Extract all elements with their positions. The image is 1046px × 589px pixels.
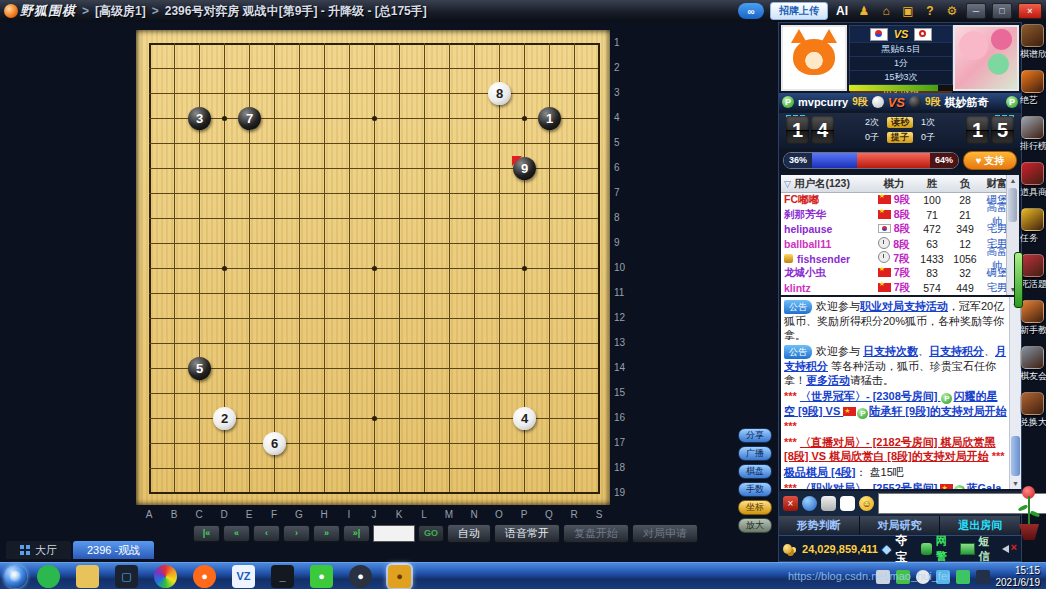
star-point [522,116,527,121]
title-bar: 野狐围棋 > [高级房1] > 2396号对弈房 观战中[第9手] - 升降级 … [0,0,1046,22]
cn-flag-icon [878,268,891,277]
go-board[interactable]: 123456789 [136,30,610,505]
grid-line [149,293,600,294]
white-support-fill [812,153,857,168]
upload-button[interactable]: 招牌上传 [770,2,828,20]
shop-icon[interactable]: ▣ [900,4,916,18]
pinwheel-icon[interactable] [154,565,177,588]
panel-status-row: 24,029,859,411 ◆ 夺宝 网警 短信 × [779,535,1021,561]
spectator-rank: 7段 [891,266,910,278]
nav-fast-back-button[interactable]: « [223,525,250,542]
sidebar-item-新手教学[interactable]: 新手教学 [1020,300,1046,337]
chat-text: *** [784,390,800,402]
stone-black-C16: 3 [188,107,211,130]
row-label: 2 [614,62,632,73]
column-label: Q [539,509,559,520]
wechat-icon[interactable]: ● [310,565,333,588]
spectator-wins: 83 [916,267,948,279]
column-label: B [164,509,184,520]
phone-icon[interactable]: ▢ [115,565,138,588]
byoyomi-label: 读秒 [887,117,913,128]
terminal-icon[interactable]: _ [271,565,294,588]
spectator-table-body: FC嘟嘟 9段10028碉堡刹那芳华 8段7121高富帅helipause 8段… [781,193,1019,295]
nav-fast-forward-button[interactable]: » [313,525,340,542]
sidebar-item-道具商城[interactable]: 道具商城 [1020,162,1046,199]
stone-black-C6: 5 [188,357,211,380]
star-point [372,116,377,121]
sidebar-label: 兑换大厅 [1020,416,1046,429]
spectator-name: ballball11 [784,238,831,250]
flags-vs-label: VS [894,28,909,40]
tray-icon[interactable] [916,570,930,584]
sidebar-label: 新手教学 [1020,324,1046,337]
grid-line [424,43,425,494]
spectator-strength-cell: 7段 [872,266,916,280]
plant-decoration [1014,486,1046,544]
row-label: 7 [614,187,632,198]
browser-icon[interactable] [37,565,60,588]
clock-digit: 4 [811,116,834,144]
lobby-grid-icon [20,545,30,555]
cn-flag-icon [940,484,953,489]
stone-black-Q14: 9 [513,157,536,180]
spectator-strength-cell: 7段 [872,251,916,266]
cloud-logo-icon: ∞ [738,3,764,19]
chat-link[interactable]: 日支持积分 [929,345,984,357]
spectator-name-cell: helipause [781,223,872,235]
grid-line [449,43,450,494]
board-side-buttons: 分享广播棋盘手数坐标放大 [738,428,772,533]
column-label: O [489,509,509,520]
start-button[interactable] [4,565,27,588]
chat-link[interactable]: 〈世界冠军〉- [2308号房间] [800,390,941,402]
captures-label: 提子 [887,132,913,143]
nav-forward-button[interactable]: › [283,525,310,542]
tray-time: 15:15 [996,565,1041,577]
breadcrumb-match-title: 2396号对弈房 观战中[第9手] - 升降级 - [总175手] [165,3,427,20]
go-button[interactable]: GO [418,525,444,542]
chat-message: *** 〈直播对局〉- [2182号房间] 棋局欣赏黑 [8段] VS 棋局欣赏… [784,435,1007,463]
spectator-name: 刹那芳华 [784,208,826,222]
treasure-button[interactable]: 夺宝 [895,532,917,566]
tray-icon[interactable] [976,570,990,584]
sidebar-icon-新手教学 [1021,300,1044,323]
chat-message: *** 〈职业对局〉- [2552号房间] P蓝Galaxy [9段] VS P… [784,481,1007,489]
black-player-avatar[interactable] [953,25,1019,91]
grid-line [149,393,600,394]
spectator-row[interactable]: klintz 7段574449宅男 [781,281,1019,296]
spectator-name: 龙城小虫 [784,266,826,280]
chat-message: 公告欢迎参与职业对局支持活动，冠军20亿狐币、奖励所得积分20%狐币，各种奖励等… [784,299,1007,342]
p-badge-icon: P [1006,96,1018,108]
row-label: 17 [614,437,632,448]
sidebar-item-任务[interactable]: 任务 [1020,208,1046,245]
fox-logo-icon [4,4,18,18]
sidebar-icon-兑换大厅 [1021,392,1044,415]
chat-text: *** [784,420,797,432]
microphone-icon[interactable] [821,496,836,511]
row-label: 6 [614,162,632,173]
side-button-放大[interactable]: 放大 [738,518,772,533]
net-police-icon[interactable] [921,543,932,555]
sidebar-icon-道具商城 [1021,162,1044,185]
minimize-button[interactable]: ─ [966,3,986,19]
row-label: 16 [614,412,632,423]
sidebar-label: 排行榜 [1020,140,1046,153]
clock-digit: 5 [991,116,1014,144]
right-sidebar: 棋谱欣赏绝艺排行榜道具商城任务死活题新手教学棋友会兑换大厅 [1020,24,1046,464]
stone-white-P17: 8 [488,82,511,105]
star-point [522,266,527,271]
scrollbar-thumb[interactable] [1011,436,1020,476]
diamond-icon[interactable]: ◆ [882,542,891,556]
row-label: 3 [614,87,632,98]
sms-envelope-icon[interactable] [960,543,975,555]
spectator-wins: 574 [916,282,948,294]
panel-button-退出房间[interactable]: 退出房间 [940,516,1021,535]
spectator-wins: 100 [916,194,948,206]
taskbar-icons: ▢●VZ_●●● [37,565,427,588]
grid-line [149,343,600,344]
white-clock: 14 [786,116,834,144]
grid-line [499,43,500,494]
tray-icon[interactable] [956,570,970,584]
chat-message: 极品棋局 [4段]： 盘15吧 [784,465,1007,479]
star-point [372,416,377,421]
grid-line [149,443,600,444]
stone-black-R16: 1 [538,107,561,130]
star-point [372,266,377,271]
black-periods: 1次 [921,116,935,129]
row-label: 18 [614,462,632,473]
support-row: 36% 64% ♥ 支持 [779,149,1021,172]
black-stone-icon [909,96,921,108]
system-tray: 15:15 2021/6/19 [876,565,1046,589]
white-player-name: mvpcurry [798,96,848,108]
board-zone: 123456789 ABCDEFGHIJKLMNOPQRS 1234567891… [136,30,636,525]
star-point [222,266,227,271]
voice-toggle-button[interactable]: 语音常开 [494,524,560,543]
folder-icon[interactable] [76,565,99,588]
row-label: 15 [614,387,632,398]
right-panel: VS 黑贴6.5目 1分 15秒3次 历史战绩 P mvpcurry 9段 VS… [778,22,1022,562]
nav-first-button[interactable]: |« [193,525,220,542]
keyboard-icon[interactable] [876,570,890,584]
black-support-percent: 64% [930,153,958,168]
emoticon-icon[interactable]: ☺ [859,496,874,511]
battery-icon[interactable] [896,570,910,584]
black-player-name: 棋妙筋奇 [945,95,989,110]
grid-line [598,43,600,494]
net-police-label[interactable]: 网警 [936,534,956,564]
chat-text: 、 [984,345,995,357]
board-toolbar: |« « ‹ › » »| GO 自动 语音常开 复盘开始 对局申请 [193,524,698,542]
sidebar-icon-排行榜 [1021,116,1044,139]
kr-flag-icon [878,224,891,233]
stone-white-F3: 6 [263,432,286,455]
row-label: 1 [614,37,632,48]
vs-label: VS [888,95,905,110]
side-button-广播[interactable]: 广播 [738,446,772,461]
sidebar-item-死活题[interactable]: 死活题 [1020,254,1046,291]
spectator-losses: 449 [948,282,982,294]
chat-area: 公告欢迎参与职业对局支持活动，冠军20亿狐币、奖励所得积分20%狐币，各种奖励等… [781,297,1019,489]
spectator-row[interactable]: fishsender 7段14331056高富帅 [781,251,1019,266]
column-label: R [564,509,584,520]
spectator-losses: 349 [948,223,982,235]
black-player-rank: 9段 [925,95,941,109]
chat-text: 〈直播对局〉- [2182号房间] 棋局欣赏黑 [8段] VS 棋局欣赏白 [8… [784,436,995,462]
spectator-row[interactable]: 龙城小虫 7段8332碉堡 [781,266,1019,281]
column-label: C [189,509,209,520]
sidebar-icon-任务 [1021,208,1044,231]
support-button[interactable]: ♥ 支持 [963,151,1017,170]
panel-button-形势判断[interactable]: 形势判断 [779,516,860,535]
stone-white-D4: 2 [213,407,236,430]
row-label: 5 [614,137,632,148]
chat-input-row: × ☺ 发送 ▸ [779,491,1021,516]
sidebar-label: 绝艺 [1020,94,1046,107]
row-label: 9 [614,237,632,248]
app-logo-text: 野狐围棋 [20,2,76,20]
spectator-name: FC嘟嘟 [784,193,819,207]
black-support-fill [857,153,930,168]
cn-flag-icon [878,210,891,219]
replay-button[interactable]: 复盘开始 [563,524,629,543]
chat-text: *** [989,450,1005,462]
filter-icon[interactable]: ▽ [784,179,791,189]
clocks-row: 14 2次 读秒 1次 0子 提子 0子 15 [779,113,1021,148]
spectator-name-cell: klintz [781,282,872,294]
scroll-up-icon[interactable]: ▲ [1007,175,1019,186]
chat-link[interactable]: 极品棋局 [4段] [784,466,856,478]
support-ratio-bar: 36% 64% [783,152,959,169]
sidebar-item-绝艺[interactable]: 绝艺 [1020,70,1046,107]
voice-stop-icon[interactable]: × [783,496,798,511]
sidebar-label: 死活题 [1020,278,1046,291]
spectator-table-header[interactable]: ▽ 用户名(123) 棋力 胜 负 财富 [781,175,1019,193]
nav-last-button[interactable]: »| [343,525,370,542]
column-label: N [464,509,484,520]
spectator-rank: 7段 [891,281,910,293]
clock-tray[interactable]: 15:15 2021/6/19 [996,565,1041,589]
chat-link[interactable]: 职业对局支持活动 [860,300,948,312]
restore-button[interactable]: □ [992,3,1012,19]
side-button-坐标[interactable]: 坐标 [738,500,772,515]
home-icon[interactable]: ⌂ [878,4,894,18]
column-label: L [414,509,434,520]
sidebar-icon-棋友会 [1021,346,1044,369]
wiz-icon[interactable]: VZ [232,565,255,588]
speech-bubble-icon[interactable] [840,496,855,511]
spectator-wins: 63 [916,238,948,250]
spectator-strength-cell: 8段 [872,208,916,222]
grid-line [399,43,400,494]
spectator-rank: 7段 [890,252,909,264]
spectator-losses: 1056 [948,253,982,265]
side-button-棋盘[interactable]: 棋盘 [738,464,772,479]
chat-message: 公告欢迎参与 日支持次数、日支持积分、月支持积分 等各种活动，狐币、珍贵宝石任你… [784,344,1007,387]
clock-digit: 1 [786,116,809,144]
column-label: J [364,509,384,520]
sidebar-item-棋友会[interactable]: 棋友会 [1020,346,1046,383]
spectator-row[interactable]: helipause 8段472349宅男 [781,222,1019,237]
spectator-losses: 21 [948,209,982,221]
spectator-wins: 71 [916,209,948,221]
spectator-losses: 12 [948,238,982,250]
spectator-rank: 8段 [890,238,909,250]
sidebar-label: 道具商城 [1020,186,1046,199]
grid-line [149,492,600,494]
spectator-strength-cell: 8段 [872,237,916,252]
column-label: H [314,509,334,520]
tray-date: 2021/6/19 [996,577,1041,589]
sidebar-item-棋谱欣赏[interactable]: 棋谱欣赏 [1020,24,1046,61]
main-time-label: 1分 [850,56,952,70]
header-strength: 棋力 [872,177,916,191]
clock-icon [878,237,890,249]
nav-back-button[interactable]: ‹ [253,525,280,542]
chat-link[interactable]: 更多活动 [806,374,850,386]
spectator-rank: 9段 [891,193,910,205]
chat-text: *** [784,482,800,489]
bottom-tabs: 大厅2396 -观战 [0,540,154,559]
chat-link[interactable]: 日支持次数 [863,345,918,357]
white-player-rank: 9段 [852,95,868,109]
tab-大厅[interactable]: 大厅 [6,541,71,559]
white-captures: 0子 [865,131,879,144]
grid-line [474,43,475,494]
chat-link[interactable]: 〈职业对局〉- [2552号房间] [800,482,941,489]
spectator-name-cell: 龙城小虫 [781,266,872,280]
white-player-avatar[interactable] [781,25,847,91]
row-label: 13 [614,337,632,348]
sms-label[interactable]: 短信 [979,534,999,564]
announcement-badge: 公告 [784,345,812,359]
spectator-row[interactable]: 刹那芳华 8段7121高富帅 [781,208,1019,223]
sidebar-progress-bar [1014,252,1023,308]
scrollbar-thumb[interactable] [1008,188,1017,222]
star-point [222,116,227,121]
stone-black-E16: 7 [238,107,261,130]
column-label: A [139,509,159,520]
sidebar-label: 棋谱欣赏 [1020,48,1046,61]
sidebar-icon-死活题 [1021,254,1044,277]
app-logo: 野狐围棋 [4,2,76,20]
side-button-手数[interactable]: 手数 [738,482,772,497]
row-label: 11 [614,287,632,298]
spectator-name: helipause [784,223,832,235]
column-label: M [439,509,459,520]
row-label: 19 [614,487,632,498]
p-badge-icon: P [782,96,794,108]
sidebar-icon-绝艺 [1021,70,1044,93]
chat-link[interactable]: 陆承轩 [9段]的支持对局开始 [869,405,1007,417]
sidebar-label: 任务 [1020,232,1046,245]
announcement-badge: 公告 [784,300,812,314]
seal-flag-icon [914,28,932,41]
p-badge-icon: P [857,408,868,419]
spectator-strength-cell: 7段 [872,281,916,295]
byoyomi-rule-label: 15秒3次 [850,70,952,84]
medal-icon [784,254,793,263]
grid-line [149,318,600,319]
white-periods: 2次 [865,116,879,129]
settings-gear-icon[interactable]: ⚙ [944,4,960,18]
komi-label: 黑贴6.5目 [850,42,952,56]
header-losses: 负 [948,177,982,191]
auto-button[interactable]: 自动 [447,524,491,543]
chat-message: *** 〈世界冠军〉- [2308号房间] P闪耀的星空 [9段] VS P陆承… [784,389,1007,433]
chat-text: 欢迎参与 [816,300,860,312]
breadcrumb-separator: > [82,4,89,18]
breadcrumb-room: [高级房1] [95,3,146,20]
foxgo-icon[interactable]: ● [388,565,411,588]
spectator-name-cell: 刹那芳华 [781,208,872,222]
qq-icon[interactable]: ● [349,565,372,588]
tray-icon[interactable] [936,570,950,584]
spectator-losses: 32 [948,267,982,279]
chat-text: *** [784,436,800,448]
fox-avatar-icon [793,39,835,75]
column-label: I [339,509,359,520]
sidebar-item-排行榜[interactable]: 排行榜 [1020,116,1046,153]
header-wins: 胜 [916,177,948,191]
header-username: 用户名(123) [794,177,850,191]
column-label: S [589,509,609,520]
white-support-percent: 36% [784,153,812,168]
spectator-strength-cell: 8段 [872,222,916,236]
spectator-wins: 472 [916,223,948,235]
kr-flag-icon [870,28,888,41]
close-button[interactable]: × [1018,3,1042,19]
match-request-button[interactable]: 对局申请 [632,524,698,543]
clock-digit: 1 [966,116,989,144]
help-icon[interactable]: ? [922,4,938,18]
breadcrumb-separator: > [152,4,159,18]
grid-line [149,368,600,369]
row-label: 8 [614,212,632,223]
column-label: K [389,509,409,520]
cn-flag-icon [878,283,891,292]
tab-label: 大厅 [35,543,57,558]
column-label: G [289,509,309,520]
move-number-input[interactable] [373,525,415,542]
chat-text: 欢迎参与 [816,345,863,357]
chat-text: ： 盘15吧 [856,466,904,478]
coins-icon [783,544,792,554]
tab-2396 -观战[interactable]: 2396 -观战 [73,541,154,559]
music-icon[interactable]: ● [193,565,216,588]
blue-ball-icon[interactable] [802,496,817,511]
flower-pot-icon [1019,524,1039,540]
side-button-分享[interactable]: 分享 [738,428,772,443]
black-captures: 0子 [921,131,935,144]
tab-label: 2396 -观战 [87,543,140,558]
p-badge-icon: P [954,485,965,489]
spectator-rank: 8段 [891,208,910,220]
user-icon[interactable]: ♟ [856,4,872,18]
taskbar: ▢●VZ_●●● 15:15 2021/6/19 [0,562,1046,589]
last-move-marker [512,156,522,166]
clock-icon [878,251,890,263]
sidebar-item-兑换大厅[interactable]: 兑换大厅 [1020,392,1046,429]
ai-button[interactable]: AI [834,4,850,18]
spectator-strength-cell: 9段 [872,193,916,207]
row-label: 14 [614,362,632,373]
row-label: 4 [614,112,632,123]
white-stone-icon [872,96,884,108]
